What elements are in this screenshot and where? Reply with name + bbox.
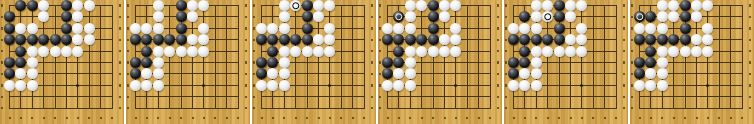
white-stone (27, 23, 38, 34)
coordinate-tick (1, 84, 3, 87)
white-stone (405, 80, 416, 91)
coordinate-tick (379, 50, 381, 53)
coordinate-tick (631, 107, 633, 110)
coordinate-tick (371, 61, 373, 64)
coordinate-tick (631, 84, 633, 87)
coordinate-tick (253, 50, 255, 53)
white-stone (565, 46, 576, 57)
white-stone (450, 46, 461, 57)
coordinate-tick (623, 4, 625, 7)
black-stone (680, 34, 691, 45)
coordinate-tick (379, 61, 381, 64)
coordinate-tick (253, 16, 255, 19)
coordinate-tick (497, 84, 499, 87)
coordinate-tick (127, 39, 129, 42)
coordinate-tick (379, 4, 381, 7)
black-stone (4, 23, 15, 34)
black-stone (302, 34, 313, 45)
black-stone (302, 11, 313, 22)
coordinate-tick (749, 16, 751, 19)
black-stone (61, 0, 72, 11)
black-stone (428, 34, 439, 45)
coordinate-tick (497, 27, 499, 30)
black-stone (153, 34, 164, 45)
white-stone (4, 80, 15, 91)
coordinate-tick (604, 117, 606, 120)
coordinate-tick (119, 84, 121, 87)
black-stone (554, 11, 565, 22)
coordinate-tick (497, 96, 499, 99)
white-stone (439, 46, 450, 57)
go-board-6 (630, 0, 754, 124)
coordinate-tick (127, 4, 129, 7)
coordinate-tick (696, 117, 698, 120)
white-stone (313, 0, 324, 11)
white-stone (130, 80, 141, 91)
white-stone (668, 46, 679, 57)
coordinate-tick (455, 117, 457, 120)
coordinate-tick (169, 117, 171, 120)
coordinate-tick (749, 73, 751, 76)
coordinate-tick (77, 117, 79, 120)
white-stone (50, 46, 61, 57)
white-stone (691, 0, 702, 11)
coordinate-tick (661, 117, 663, 120)
coordinate-tick (497, 39, 499, 42)
coordinate-tick (180, 117, 182, 120)
white-stone (565, 0, 576, 11)
black-stone (130, 57, 141, 68)
white-stone (153, 0, 164, 11)
coordinate-tick (371, 96, 373, 99)
board-grid (135, 5, 239, 109)
coordinate-tick (100, 117, 102, 120)
coordinate-tick (497, 61, 499, 64)
white-stone (27, 57, 38, 68)
white-stone (27, 80, 38, 91)
coordinate-tick (245, 39, 247, 42)
coordinate-tick (245, 73, 247, 76)
black-stone (15, 46, 26, 57)
black-stone (176, 0, 187, 11)
coordinate-tick (444, 117, 446, 120)
black-stone (405, 34, 416, 45)
black-stone (393, 46, 404, 57)
coordinate-tick (623, 39, 625, 42)
coordinate-tick (119, 4, 121, 7)
white-stone (531, 57, 542, 68)
white-stone (153, 23, 164, 34)
coordinate-tick (718, 117, 720, 120)
coordinate-tick (387, 117, 389, 120)
black-stone (428, 11, 439, 22)
coordinate-tick (203, 117, 205, 120)
coordinate-tick (730, 117, 732, 120)
last-move-circle-mark (636, 13, 644, 21)
coordinate-tick (43, 117, 45, 120)
white-stone (657, 23, 668, 34)
white-stone (531, 23, 542, 34)
board-grid (9, 5, 113, 109)
black-stone (531, 34, 542, 45)
white-stone (324, 46, 335, 57)
coordinate-tick (245, 84, 247, 87)
coordinate-tick (127, 27, 129, 30)
white-stone (508, 80, 519, 91)
coordinate-tick (1, 4, 3, 7)
coordinate-tick (192, 117, 194, 120)
coordinate-tick (371, 84, 373, 87)
coordinate-tick (505, 39, 507, 42)
coordinate-tick (119, 16, 121, 19)
coordinate-tick (371, 4, 373, 7)
white-stone (279, 0, 290, 11)
white-stone (153, 80, 164, 91)
coordinate-tick (524, 117, 526, 120)
white-stone (84, 23, 95, 34)
white-stone (279, 57, 290, 68)
coordinate-tick (127, 73, 129, 76)
white-stone (416, 46, 427, 57)
white-stone (27, 46, 38, 57)
black-stone (554, 34, 565, 45)
go-board-1 (0, 0, 124, 124)
white-stone (657, 80, 668, 91)
coordinate-tick (371, 73, 373, 76)
coordinate-tick (505, 50, 507, 53)
coordinate-tick (497, 107, 499, 110)
coordinate-tick (497, 73, 499, 76)
white-stone (405, 0, 416, 11)
coordinate-tick (570, 117, 572, 120)
coordinate-tick (558, 117, 560, 120)
coordinate-tick (371, 27, 373, 30)
coordinate-tick (253, 96, 255, 99)
coordinate-tick (363, 117, 365, 120)
coordinate-tick (253, 39, 255, 42)
coordinate-tick (127, 84, 129, 87)
coordinate-tick (749, 107, 751, 110)
coordinate-tick (119, 107, 121, 110)
coordinate-tick (261, 117, 263, 120)
white-stone (279, 80, 290, 91)
black-stone (428, 23, 439, 34)
white-stone (84, 34, 95, 45)
coordinate-tick (371, 107, 373, 110)
coordinate-tick (581, 117, 583, 120)
black-stone (267, 46, 278, 57)
white-stone (198, 46, 209, 57)
coordinate-tick (398, 117, 400, 120)
coordinate-tick (146, 117, 148, 120)
coordinate-tick (615, 117, 617, 120)
black-stone (508, 57, 519, 68)
coordinate-tick (127, 61, 129, 64)
coordinate-tick (119, 50, 121, 53)
white-stone (164, 46, 175, 57)
coordinate-tick (631, 39, 633, 42)
coordinate-tick (505, 107, 507, 110)
coordinate-tick (127, 16, 129, 19)
white-stone (508, 23, 519, 34)
coordinate-tick (631, 73, 633, 76)
coordinate-tick (623, 16, 625, 19)
white-stone (634, 23, 645, 34)
last-move-circle-mark (395, 13, 403, 21)
coordinate-tick (535, 117, 537, 120)
white-stone (428, 46, 439, 57)
black-stone (27, 0, 38, 11)
board-grid (261, 5, 365, 109)
black-stone (50, 34, 61, 45)
coordinate-tick (127, 96, 129, 99)
coordinate-tick (478, 117, 480, 120)
coordinate-tick (684, 117, 686, 120)
white-stone (405, 57, 416, 68)
coordinate-tick (409, 117, 411, 120)
white-stone (130, 23, 141, 34)
white-stone (691, 46, 702, 57)
coordinate-tick (707, 117, 709, 120)
white-stone (290, 46, 301, 57)
black-stone (554, 23, 565, 34)
coordinate-tick (272, 117, 274, 120)
coordinate-tick (631, 61, 633, 64)
white-stone (405, 46, 416, 57)
coordinate-tick (749, 96, 751, 99)
go-board-3 (252, 0, 376, 124)
white-stone (72, 46, 83, 57)
coordinate-tick (371, 39, 373, 42)
last-move-circle-mark (544, 13, 552, 21)
white-stone (531, 0, 542, 11)
coordinate-tick (253, 84, 255, 87)
black-stone (302, 23, 313, 34)
coordinate-tick (505, 27, 507, 30)
coordinate-tick (253, 4, 255, 7)
board-grid (513, 5, 617, 109)
coordinate-tick (497, 16, 499, 19)
white-stone (153, 46, 164, 57)
black-stone (680, 23, 691, 34)
coordinate-tick (119, 73, 121, 76)
coordinate-tick (245, 27, 247, 30)
coordinate-tick (340, 117, 342, 120)
white-stone (554, 46, 565, 57)
coordinate-tick (749, 84, 751, 87)
coordinate-tick (497, 50, 499, 53)
coordinate-tick (253, 73, 255, 76)
black-stone (554, 0, 565, 11)
coordinate-tick (214, 117, 216, 120)
coordinate-tick (749, 61, 751, 64)
coordinate-tick (245, 4, 247, 7)
coordinate-tick (623, 107, 625, 110)
coordinate-tick (371, 50, 373, 53)
coordinate-tick (245, 61, 247, 64)
go-diagram-strip (0, 0, 754, 124)
white-stone (187, 0, 198, 11)
board-grid (639, 5, 743, 109)
black-stone (680, 0, 691, 11)
white-stone (576, 46, 587, 57)
coordinate-tick (379, 39, 381, 42)
coordinate-tick (20, 117, 22, 120)
coordinate-tick (1, 50, 3, 53)
coordinate-tick (31, 117, 33, 120)
black-stone (634, 57, 645, 68)
coordinate-tick (237, 117, 239, 120)
coordinate-tick (623, 73, 625, 76)
white-stone (176, 46, 187, 57)
black-stone (27, 34, 38, 45)
black-stone (302, 0, 313, 11)
white-stone (634, 80, 645, 91)
coordinate-tick (1, 107, 3, 110)
coordinate-tick (245, 107, 247, 110)
coordinate-tick (749, 50, 751, 53)
white-stone (382, 23, 393, 34)
coordinate-tick (127, 50, 129, 53)
coordinate-tick (673, 117, 675, 120)
white-stone (279, 46, 290, 57)
black-stone (176, 23, 187, 34)
coordinate-tick (432, 117, 434, 120)
go-board-4 (378, 0, 502, 124)
coordinate-tick (623, 61, 625, 64)
white-stone (38, 46, 49, 57)
coordinate-tick (352, 117, 354, 120)
black-stone (141, 46, 152, 57)
coordinate-tick (749, 39, 751, 42)
coordinate-tick (631, 16, 633, 19)
white-stone (84, 0, 95, 11)
coordinate-tick (749, 27, 751, 30)
white-stone (279, 23, 290, 34)
black-stone (279, 34, 290, 45)
coordinate-tick (371, 16, 373, 19)
coordinate-tick (505, 96, 507, 99)
coordinate-tick (379, 16, 381, 19)
coordinate-tick (379, 84, 381, 87)
white-stone (439, 0, 450, 11)
white-stone (256, 23, 267, 34)
coordinate-tick (135, 117, 137, 120)
white-stone (531, 46, 542, 57)
black-stone (519, 46, 530, 57)
coordinate-tick (119, 96, 121, 99)
black-stone (176, 11, 187, 22)
white-stone (61, 46, 72, 57)
coordinate-tick (513, 117, 515, 120)
coordinate-tick (1, 96, 3, 99)
coordinate-tick (623, 50, 625, 53)
coordinate-tick (505, 73, 507, 76)
white-stone (680, 46, 691, 57)
white-stone (702, 46, 713, 57)
coordinate-tick (111, 117, 113, 120)
white-stone (313, 46, 324, 57)
white-stone (187, 46, 198, 57)
coordinate-tick (631, 50, 633, 53)
coordinate-tick (505, 61, 507, 64)
coordinate-tick (245, 16, 247, 19)
coordinate-tick (119, 27, 121, 30)
coordinate-tick (505, 84, 507, 87)
coordinate-tick (466, 117, 468, 120)
coordinate-tick (741, 117, 743, 120)
coordinate-tick (623, 84, 625, 87)
coordinate-tick (88, 117, 90, 120)
white-stone (542, 46, 553, 57)
board-grid (387, 5, 491, 109)
coordinate-tick (379, 107, 381, 110)
white-stone (302, 46, 313, 57)
black-stone (657, 34, 668, 45)
coordinate-tick (631, 27, 633, 30)
coordinate-tick (505, 4, 507, 7)
coordinate-tick (379, 27, 381, 30)
go-board-5 (504, 0, 628, 124)
coordinate-tick (1, 16, 3, 19)
coordinate-tick (283, 117, 285, 120)
coordinate-tick (66, 117, 68, 120)
black-stone (61, 23, 72, 34)
coordinate-tick (295, 117, 297, 120)
white-stone (382, 80, 393, 91)
black-stone (382, 57, 393, 68)
coordinate-tick (623, 27, 625, 30)
coordinate-tick (489, 117, 491, 120)
black-stone (256, 57, 267, 68)
coordinate-tick (631, 4, 633, 7)
coordinate-tick (639, 117, 641, 120)
coordinate-tick (379, 73, 381, 76)
coordinate-tick (421, 117, 423, 120)
white-stone (531, 80, 542, 91)
coordinate-tick (253, 107, 255, 110)
coordinate-tick (379, 96, 381, 99)
white-stone (153, 57, 164, 68)
coordinate-tick (650, 117, 652, 120)
coordinate-tick (505, 16, 507, 19)
coordinate-tick (547, 117, 549, 120)
white-stone (405, 23, 416, 34)
coordinate-tick (497, 4, 499, 7)
coordinate-tick (318, 117, 320, 120)
coordinate-tick (119, 61, 121, 64)
coordinate-tick (623, 96, 625, 99)
coordinate-tick (157, 117, 159, 120)
white-stone (657, 46, 668, 57)
coordinate-tick (54, 117, 56, 120)
white-stone (657, 0, 668, 11)
coordinate-tick (253, 61, 255, 64)
coordinate-tick (245, 96, 247, 99)
coordinate-tick (1, 61, 3, 64)
black-stone (428, 0, 439, 11)
black-stone (176, 34, 187, 45)
black-stone (645, 46, 656, 57)
coordinate-tick (9, 117, 11, 120)
coordinate-tick (631, 96, 633, 99)
black-stone (4, 57, 15, 68)
white-stone (657, 57, 668, 68)
coordinate-tick (592, 117, 594, 120)
coordinate-tick (306, 117, 308, 120)
coordinate-tick (1, 73, 3, 76)
coordinate-tick (253, 27, 255, 30)
